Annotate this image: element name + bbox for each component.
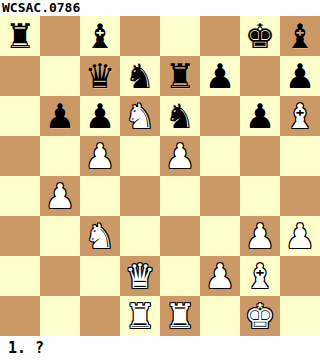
- square-e6[interactable]: ♞: [160, 96, 200, 136]
- square-g6[interactable]: ♟: [240, 96, 280, 136]
- white-pawn-icon: ♟: [165, 136, 195, 176]
- square-e1[interactable]: ♜: [160, 296, 200, 336]
- square-e4[interactable]: [160, 176, 200, 216]
- square-c4[interactable]: [80, 176, 120, 216]
- white-pawn-icon: ♟: [285, 216, 315, 256]
- square-f4[interactable]: [200, 176, 240, 216]
- white-pawn-icon: ♟: [45, 176, 75, 216]
- square-c6[interactable]: ♟: [80, 96, 120, 136]
- square-a3[interactable]: [0, 216, 40, 256]
- square-c2[interactable]: [80, 256, 120, 296]
- black-pawn-icon: ♟: [245, 96, 275, 136]
- square-b2[interactable]: [40, 256, 80, 296]
- square-a8[interactable]: ♜: [0, 16, 40, 56]
- square-d8[interactable]: [120, 16, 160, 56]
- square-f5[interactable]: [200, 136, 240, 176]
- black-bishop-icon: ♝: [85, 16, 115, 56]
- square-h3[interactable]: ♟: [280, 216, 320, 256]
- black-rook-icon: ♜: [5, 16, 35, 56]
- square-e8[interactable]: [160, 16, 200, 56]
- square-f6[interactable]: [200, 96, 240, 136]
- square-c8[interactable]: ♝: [80, 16, 120, 56]
- square-d7[interactable]: ♞: [120, 56, 160, 96]
- square-g8[interactable]: ♚: [240, 16, 280, 56]
- square-a7[interactable]: [0, 56, 40, 96]
- square-a4[interactable]: [0, 176, 40, 216]
- square-d5[interactable]: [120, 136, 160, 176]
- white-pawn-icon: ♟: [245, 216, 275, 256]
- white-bishop-icon: ♝: [285, 96, 315, 136]
- square-f1[interactable]: [200, 296, 240, 336]
- black-pawn-icon: ♟: [45, 96, 75, 136]
- black-pawn-icon: ♟: [285, 56, 315, 96]
- square-b8[interactable]: [40, 16, 80, 56]
- square-h5[interactable]: [280, 136, 320, 176]
- square-f7[interactable]: ♟: [200, 56, 240, 96]
- square-a5[interactable]: [0, 136, 40, 176]
- square-g2[interactable]: ♝: [240, 256, 280, 296]
- square-a6[interactable]: [0, 96, 40, 136]
- square-f3[interactable]: [200, 216, 240, 256]
- white-pawn-icon: ♟: [205, 256, 235, 296]
- white-rook-icon: ♜: [125, 296, 155, 336]
- black-pawn-icon: ♟: [205, 56, 235, 96]
- black-queen-icon: ♛: [85, 56, 115, 96]
- square-c1[interactable]: [80, 296, 120, 336]
- square-b7[interactable]: [40, 56, 80, 96]
- square-b4[interactable]: ♟: [40, 176, 80, 216]
- square-e3[interactable]: [160, 216, 200, 256]
- square-d3[interactable]: [120, 216, 160, 256]
- square-b1[interactable]: [40, 296, 80, 336]
- black-knight-icon: ♞: [125, 56, 155, 96]
- square-b5[interactable]: [40, 136, 80, 176]
- chess-board: ♜♝♚♝♛♞♜♟♟♟♟♞♞♟♝♟♟♟♞♟♟♛♟♝♜♜♚: [0, 16, 320, 336]
- square-c3[interactable]: ♞: [80, 216, 120, 256]
- square-e7[interactable]: ♜: [160, 56, 200, 96]
- chess-app-window: WCSAC.0786 ♜♝♚♝♛♞♜♟♟♟♟♞♞♟♝♟♟♟♞♟♟♛♟♝♜♜♚ 1…: [0, 0, 320, 360]
- square-f2[interactable]: ♟: [200, 256, 240, 296]
- square-b3[interactable]: [40, 216, 80, 256]
- black-knight-icon: ♞: [165, 96, 195, 136]
- square-e5[interactable]: ♟: [160, 136, 200, 176]
- black-king-icon: ♚: [245, 16, 275, 56]
- square-d4[interactable]: [120, 176, 160, 216]
- square-h7[interactable]: ♟: [280, 56, 320, 96]
- white-bishop-icon: ♝: [245, 256, 275, 296]
- black-bishop-icon: ♝: [285, 16, 315, 56]
- square-g1[interactable]: ♚: [240, 296, 280, 336]
- square-h2[interactable]: [280, 256, 320, 296]
- square-h1[interactable]: [280, 296, 320, 336]
- square-a2[interactable]: [0, 256, 40, 296]
- square-g7[interactable]: [240, 56, 280, 96]
- square-d2[interactable]: ♛: [120, 256, 160, 296]
- square-f8[interactable]: [200, 16, 240, 56]
- square-b6[interactable]: ♟: [40, 96, 80, 136]
- white-king-icon: ♚: [245, 296, 275, 336]
- square-e2[interactable]: [160, 256, 200, 296]
- move-prompt: 1. ?: [0, 336, 320, 360]
- black-pawn-icon: ♟: [85, 96, 115, 136]
- square-c7[interactable]: ♛: [80, 56, 120, 96]
- white-knight-icon: ♞: [85, 216, 115, 256]
- square-h4[interactable]: [280, 176, 320, 216]
- square-g3[interactable]: ♟: [240, 216, 280, 256]
- square-d6[interactable]: ♞: [120, 96, 160, 136]
- square-g5[interactable]: [240, 136, 280, 176]
- white-rook-icon: ♜: [165, 296, 195, 336]
- black-rook-icon: ♜: [165, 56, 195, 96]
- white-knight-icon: ♞: [125, 96, 155, 136]
- square-g4[interactable]: [240, 176, 280, 216]
- white-queen-icon: ♛: [125, 256, 155, 296]
- square-h6[interactable]: ♝: [280, 96, 320, 136]
- white-pawn-icon: ♟: [85, 136, 115, 176]
- square-d1[interactable]: ♜: [120, 296, 160, 336]
- square-c5[interactable]: ♟: [80, 136, 120, 176]
- square-a1[interactable]: [0, 296, 40, 336]
- square-h8[interactable]: ♝: [280, 16, 320, 56]
- window-title: WCSAC.0786: [0, 0, 320, 16]
